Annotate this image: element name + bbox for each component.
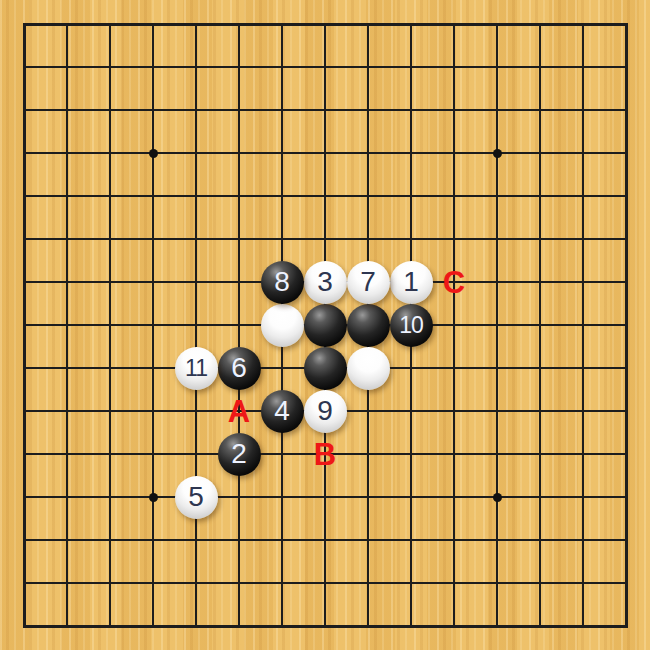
stone-number: 4 [274,397,290,425]
stone-number: 7 [360,268,376,296]
stone-white-5: 5 [175,476,218,519]
stone-white-9: 9 [304,390,347,433]
stone-white-11: 11 [175,347,218,390]
stone-black-setup [347,304,390,347]
star-point [493,149,502,158]
stone-black-setup [304,304,347,347]
grid-line-h [23,582,628,584]
label-B: B [304,433,347,476]
board-border-line-h [23,625,628,628]
stone-number: 10 [399,314,423,337]
stone-white-setup [347,347,390,390]
stone-number: 6 [231,354,247,382]
board-border-line-v [625,23,628,628]
label-A: A [218,390,261,433]
grid-line-v [496,23,498,628]
stone-white-7: 7 [347,261,390,304]
grid-line-v [582,23,584,628]
stone-white-3: 3 [304,261,347,304]
grid-line-h [23,539,628,541]
stone-black-2: 2 [218,433,261,476]
grid-line-h [23,496,628,498]
stone-number: 9 [317,397,333,425]
stone-number: 1 [403,268,419,296]
stone-black-setup [304,347,347,390]
star-point [149,493,158,502]
stone-number: 11 [185,357,207,380]
grid-line-v [453,23,455,628]
stone-number: 5 [188,483,204,511]
stone-black-8: 8 [261,261,304,304]
stone-white-setup [261,304,304,347]
go-board[interactable]: ABC 1234567891011 [0,0,650,650]
stone-black-10: 10 [390,304,433,347]
star-point [493,493,502,502]
stone-black-6: 6 [218,347,261,390]
stone-number: 2 [231,440,247,468]
grid-line-v [539,23,541,628]
stone-number: 3 [317,268,333,296]
stone-white-1: 1 [390,261,433,304]
label-C: C [433,261,476,304]
stone-black-4: 4 [261,390,304,433]
stone-number: 8 [274,268,290,296]
star-point [149,149,158,158]
